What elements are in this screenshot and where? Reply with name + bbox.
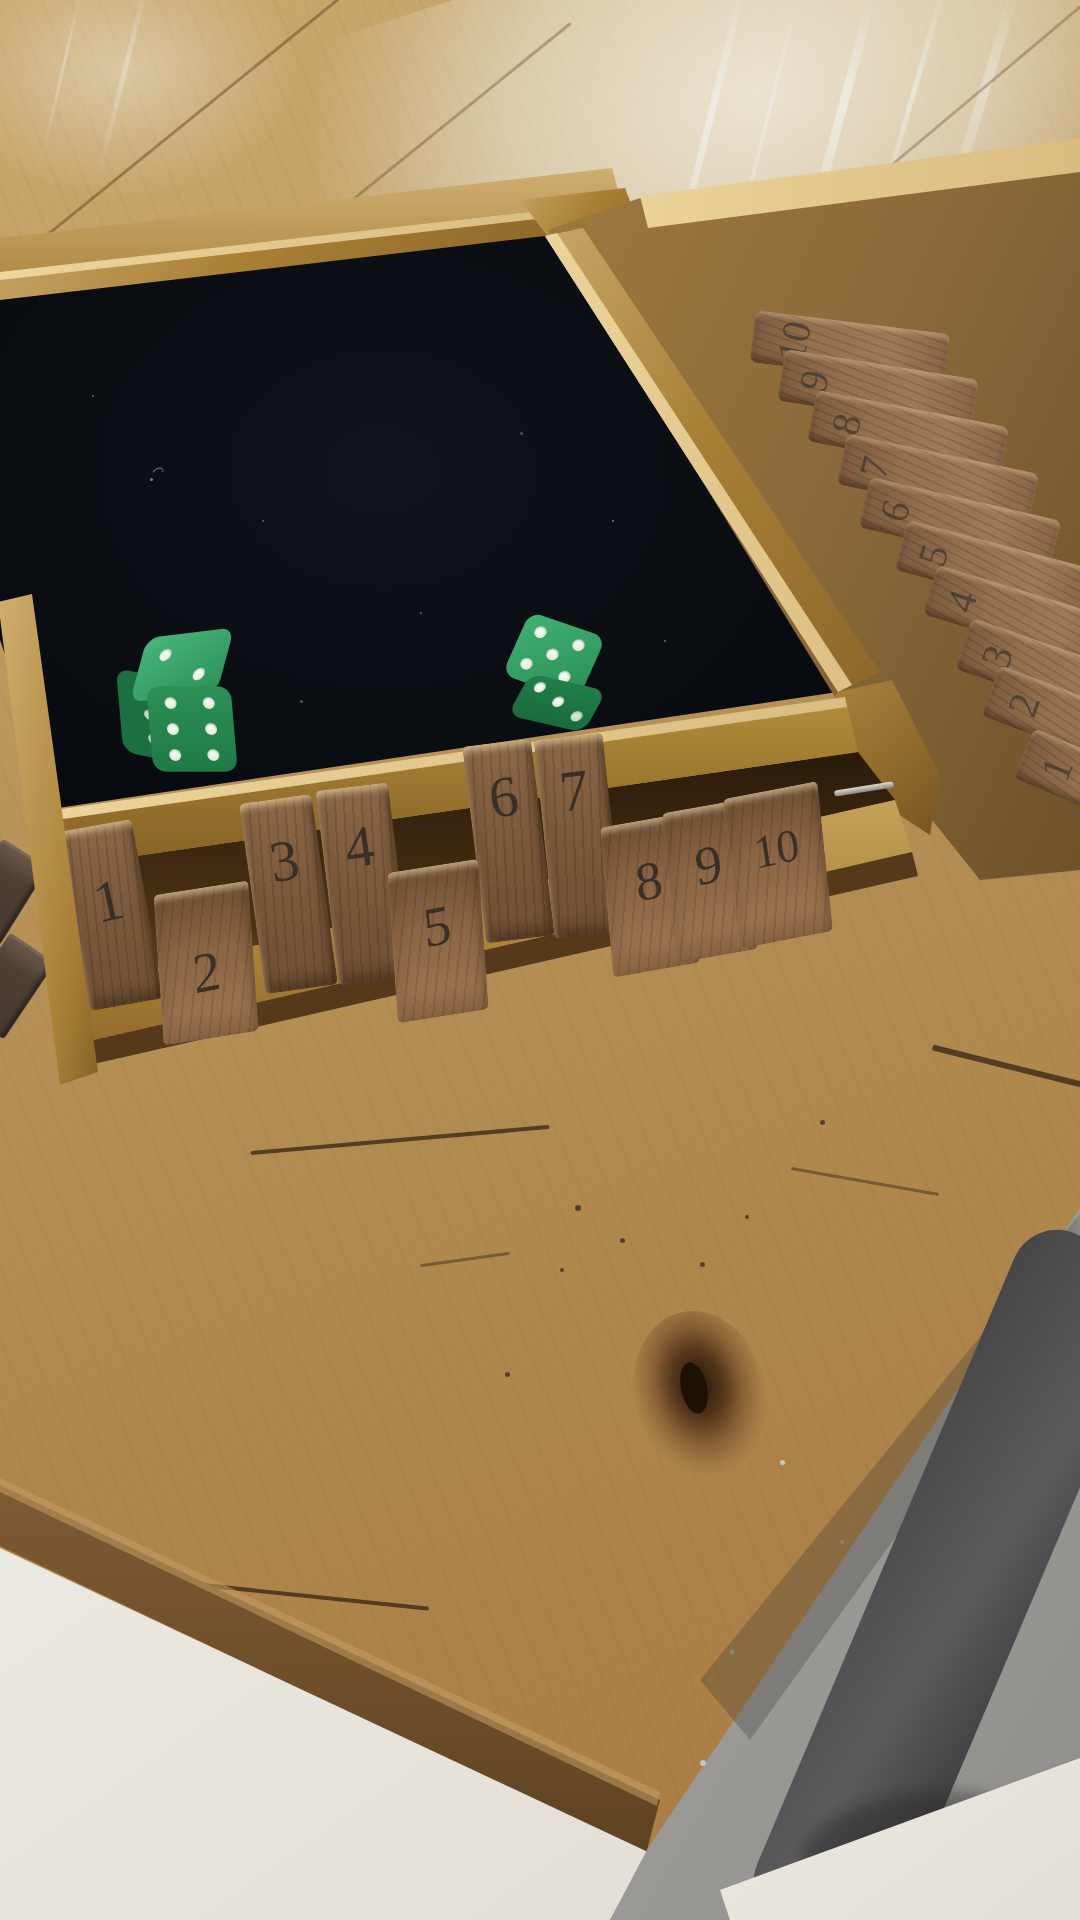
die-1[interactable] bbox=[118, 630, 252, 770]
near-tile-2-shut[interactable]: 2 bbox=[153, 880, 258, 1045]
near-tile-2-number: 2 bbox=[190, 941, 223, 1002]
near-tile-7-number: 7 bbox=[556, 761, 592, 822]
near-tile-4-number: 4 bbox=[341, 817, 378, 878]
near-tile-10-number: 10 bbox=[751, 821, 802, 877]
photo-shut-the-box-scene: 10 9 8 7 6 5 4 3 2 bbox=[0, 0, 1080, 1920]
near-rack: 1 3 4 6 7 2 5 8 bbox=[0, 0, 1080, 1200]
near-tile-9-number: 9 bbox=[692, 835, 725, 894]
near-tile-3-number: 3 bbox=[265, 830, 303, 892]
near-tile-5-number: 5 bbox=[420, 895, 453, 956]
near-tile-5-shut[interactable]: 5 bbox=[387, 859, 488, 1024]
near-tile-1-number: 1 bbox=[88, 870, 128, 933]
die-1-front-face bbox=[146, 686, 238, 772]
shut-the-box-board: 10 9 8 7 6 5 4 3 2 bbox=[0, 0, 1080, 1920]
near-tile-8-number: 8 bbox=[632, 851, 665, 910]
near-tile-6-number: 6 bbox=[485, 767, 522, 828]
near-tile-10-shut[interactable]: 10 bbox=[723, 781, 833, 949]
die-2-front-face bbox=[507, 673, 606, 732]
die-2[interactable] bbox=[504, 616, 620, 736]
